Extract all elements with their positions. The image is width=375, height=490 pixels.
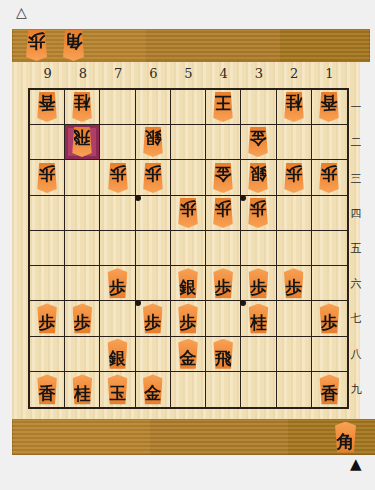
rank-label-4: 四	[349, 196, 363, 231]
rank-label-7: 七	[349, 301, 363, 336]
piece-pawn-gote[interactable]: 歩	[210, 198, 237, 228]
file-label-3: 3	[241, 66, 276, 81]
piece-pawn-gote[interactable]: 歩	[245, 198, 272, 228]
piece-pawn-gote[interactable]: 歩	[139, 163, 166, 193]
square-6g[interactable]: 歩	[136, 301, 171, 336]
square-6b[interactable]: 銀	[136, 125, 171, 160]
square-5a[interactable]	[171, 90, 206, 125]
shogi-board-panel: 987654321 一二三四五六七八九 香桂王桂香飛銀金歩歩歩金銀歩歩歩歩歩歩銀…	[12, 62, 360, 419]
square-3a[interactable]	[241, 90, 276, 125]
square-2h[interactable]	[277, 337, 312, 372]
square-9b[interactable]	[30, 125, 65, 160]
square-6e[interactable]	[136, 231, 171, 266]
piece-knight-sente[interactable]: 桂	[69, 374, 96, 404]
piece-rook-gote[interactable]: 飛	[69, 127, 96, 157]
square-7e[interactable]	[100, 231, 135, 266]
piece-silver-sente[interactable]: 銀	[104, 339, 131, 369]
piece-pawn-sente[interactable]: 歩	[280, 268, 307, 298]
square-1f[interactable]	[312, 266, 347, 301]
file-labels: 987654321	[30, 66, 347, 81]
file-label-2: 2	[277, 66, 312, 81]
square-3h[interactable]	[241, 337, 276, 372]
square-5f[interactable]: 銀	[171, 266, 206, 301]
square-5g[interactable]: 歩	[171, 301, 206, 336]
square-6c[interactable]: 歩	[136, 160, 171, 195]
piece-pawn-gote[interactable]: 歩	[316, 163, 343, 193]
square-2f[interactable]: 歩	[277, 266, 312, 301]
square-1e[interactable]	[312, 231, 347, 266]
rank-label-9: 九	[349, 372, 363, 407]
piece-pawn-gote[interactable]: 歩	[280, 163, 307, 193]
square-4i[interactable]	[206, 372, 241, 407]
piece-knight-gote[interactable]: 桂	[280, 92, 307, 122]
piece-pawn-sente[interactable]: 歩	[210, 268, 237, 298]
square-7c[interactable]: 歩	[100, 160, 135, 195]
square-5c[interactable]	[171, 160, 206, 195]
square-4b[interactable]	[206, 125, 241, 160]
square-7a[interactable]	[100, 90, 135, 125]
rank-label-2: 二	[349, 125, 363, 160]
piece-pawn-sente[interactable]: 歩	[174, 303, 201, 333]
square-9c[interactable]: 歩	[30, 160, 65, 195]
square-8i[interactable]: 桂	[65, 372, 100, 407]
star-point	[240, 300, 246, 306]
square-2g[interactable]	[277, 301, 312, 336]
square-4f[interactable]: 歩	[206, 266, 241, 301]
piece-lance-sente[interactable]: 香	[316, 374, 343, 404]
square-9h[interactable]	[30, 337, 65, 372]
piece-pawn-sente[interactable]: 歩	[245, 268, 272, 298]
square-2e[interactable]	[277, 231, 312, 266]
square-5h[interactable]: 金	[171, 337, 206, 372]
square-9d[interactable]	[30, 196, 65, 231]
square-6i[interactable]: 金	[136, 372, 171, 407]
square-9g[interactable]: 歩	[30, 301, 65, 336]
file-label-9: 9	[30, 66, 65, 81]
gote-turn-indicator: △	[16, 5, 27, 19]
square-2a[interactable]: 桂	[277, 90, 312, 125]
piece-silver-gote[interactable]: 銀	[245, 163, 272, 193]
square-2d[interactable]	[277, 196, 312, 231]
piece-pawn-gote[interactable]: 歩	[104, 163, 131, 193]
piece-silver-gote[interactable]: 銀	[139, 127, 166, 157]
star-point	[135, 195, 141, 201]
square-7d[interactable]	[100, 196, 135, 231]
piece-bishop-gote[interactable]: 角	[59, 30, 88, 61]
star-point	[240, 195, 246, 201]
piece-pawn-gote[interactable]: 歩	[174, 198, 201, 228]
square-4d[interactable]: 歩	[206, 196, 241, 231]
sente-hand-tray: 角	[12, 419, 375, 455]
file-label-7: 7	[100, 66, 135, 81]
piece-pawn-sente[interactable]: 歩	[316, 303, 343, 333]
file-label-1: 1	[312, 66, 347, 81]
rank-label-1: 一	[349, 90, 363, 125]
piece-pawn-sente[interactable]: 歩	[34, 303, 61, 333]
square-1i[interactable]: 香	[312, 372, 347, 407]
square-3f[interactable]: 歩	[241, 266, 276, 301]
square-5b[interactable]	[171, 125, 206, 160]
piece-gold-sente[interactable]: 金	[174, 339, 201, 369]
square-2b[interactable]	[277, 125, 312, 160]
square-3g[interactable]: 桂	[241, 301, 276, 336]
piece-pawn-gote[interactable]: 歩	[22, 30, 51, 61]
square-6h[interactable]	[136, 337, 171, 372]
square-9f[interactable]	[30, 266, 65, 301]
rank-label-5: 五	[349, 231, 363, 266]
square-7i[interactable]: 玉	[100, 372, 135, 407]
square-9a[interactable]: 香	[30, 90, 65, 125]
piece-silver-sente[interactable]: 銀	[174, 268, 201, 298]
square-9i[interactable]: 香	[30, 372, 65, 407]
square-5i[interactable]	[171, 372, 206, 407]
square-1g[interactable]: 歩	[312, 301, 347, 336]
rank-label-6: 六	[349, 266, 363, 301]
square-8e[interactable]	[65, 231, 100, 266]
file-label-5: 5	[171, 66, 206, 81]
shogi-app: △ 歩角 987654321 一二三四五六七八九 香桂王桂香飛銀金歩歩歩金銀歩歩…	[0, 0, 375, 490]
square-3d[interactable]: 歩	[241, 196, 276, 231]
square-1h[interactable]	[312, 337, 347, 372]
star-point	[135, 300, 141, 306]
file-label-4: 4	[206, 66, 241, 81]
square-7g[interactable]	[100, 301, 135, 336]
square-4e[interactable]	[206, 231, 241, 266]
square-1a[interactable]: 香	[312, 90, 347, 125]
square-8c[interactable]	[65, 160, 100, 195]
square-4a[interactable]: 王	[206, 90, 241, 125]
square-2i[interactable]	[277, 372, 312, 407]
square-8a[interactable]: 桂	[65, 90, 100, 125]
file-label-6: 6	[136, 66, 171, 81]
piece-bishop-sente[interactable]: 角	[331, 422, 360, 453]
square-8b[interactable]: 飛	[65, 125, 100, 160]
square-5e[interactable]	[171, 231, 206, 266]
square-1c[interactable]: 歩	[312, 160, 347, 195]
board-grid: 香桂王桂香飛銀金歩歩歩金銀歩歩歩歩歩歩銀歩歩歩歩歩歩歩桂歩銀金飛香桂玉金香	[28, 88, 349, 409]
square-4c[interactable]: 金	[206, 160, 241, 195]
piece-gold-gote[interactable]: 金	[210, 163, 237, 193]
rank-label-3: 三	[349, 160, 363, 195]
piece-knight-gote[interactable]: 桂	[69, 92, 96, 122]
square-3i[interactable]	[241, 372, 276, 407]
rank-label-8: 八	[349, 337, 363, 372]
square-3b[interactable]: 金	[241, 125, 276, 160]
rank-labels: 一二三四五六七八九	[349, 90, 363, 407]
gote-hand-tray: 歩角	[12, 29, 370, 62]
square-7f[interactable]: 歩	[100, 266, 135, 301]
sente-turn-indicator: ▲	[350, 457, 362, 472]
piece-king-sente[interactable]: 玉	[104, 374, 131, 404]
square-3c[interactable]: 銀	[241, 160, 276, 195]
piece-knight-sente[interactable]: 桂	[245, 303, 272, 333]
square-8g[interactable]: 歩	[65, 301, 100, 336]
square-6a[interactable]	[136, 90, 171, 125]
square-6f[interactable]	[136, 266, 171, 301]
square-3e[interactable]	[241, 231, 276, 266]
piece-pawn-sente[interactable]: 歩	[69, 303, 96, 333]
square-1b[interactable]	[312, 125, 347, 160]
piece-lance-gote[interactable]: 香	[316, 92, 343, 122]
square-8h[interactable]	[65, 337, 100, 372]
square-7b[interactable]	[100, 125, 135, 160]
piece-rook-sente[interactable]: 飛	[210, 339, 237, 369]
piece-pawn-sente[interactable]: 歩	[139, 303, 166, 333]
piece-lance-sente[interactable]: 香	[34, 374, 61, 404]
square-8d[interactable]	[65, 196, 100, 231]
square-6d[interactable]	[136, 196, 171, 231]
piece-king-gote[interactable]: 王	[210, 92, 237, 122]
piece-lance-gote[interactable]: 香	[34, 92, 61, 122]
square-4g[interactable]	[206, 301, 241, 336]
piece-pawn-gote[interactable]: 歩	[34, 163, 61, 193]
square-2c[interactable]: 歩	[277, 160, 312, 195]
square-5d[interactable]: 歩	[171, 196, 206, 231]
square-9e[interactable]	[30, 231, 65, 266]
square-1d[interactable]	[312, 196, 347, 231]
piece-gold-gote[interactable]: 金	[245, 127, 272, 157]
square-4h[interactable]: 飛	[206, 337, 241, 372]
square-8f[interactable]	[65, 266, 100, 301]
square-7h[interactable]: 銀	[100, 337, 135, 372]
file-label-8: 8	[65, 66, 100, 81]
piece-gold-sente[interactable]: 金	[139, 374, 166, 404]
piece-pawn-sente[interactable]: 歩	[104, 268, 131, 298]
